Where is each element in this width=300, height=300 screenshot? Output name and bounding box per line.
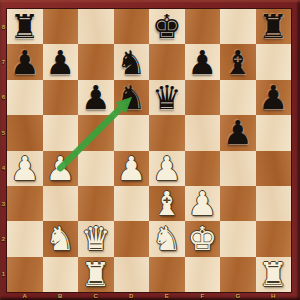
square-h1[interactable]: ♜ xyxy=(256,257,292,292)
square-e3[interactable]: ♝ xyxy=(149,186,185,221)
piece-white-knight-e2[interactable]: ♞ xyxy=(152,221,182,256)
piece-black-pawn-g5[interactable]: ♟ xyxy=(223,115,253,150)
square-f1[interactable] xyxy=(185,257,221,292)
file-label-f: F xyxy=(185,292,221,300)
square-g5[interactable]: ♟ xyxy=(220,115,256,150)
square-c1[interactable]: ♜ xyxy=(78,257,114,292)
square-b4[interactable]: ♟ xyxy=(43,151,79,186)
rank-label-7: 7 xyxy=(0,44,7,79)
square-c7[interactable] xyxy=(78,44,114,79)
square-f5[interactable] xyxy=(185,115,221,150)
file-label-h: H xyxy=(256,292,292,300)
rank-label-8: 8 xyxy=(0,9,7,44)
square-c6[interactable]: ♟ xyxy=(78,80,114,115)
square-a1[interactable] xyxy=(7,257,43,292)
piece-white-pawn-a4[interactable]: ♟ xyxy=(10,151,40,186)
square-d6[interactable]: ♞ xyxy=(114,80,150,115)
piece-white-bishop-e3[interactable]: ♝ xyxy=(152,186,182,221)
piece-black-knight-d7[interactable]: ♞ xyxy=(116,45,146,80)
square-f6[interactable] xyxy=(185,80,221,115)
square-d1[interactable] xyxy=(114,257,150,292)
square-a5[interactable] xyxy=(7,115,43,150)
square-d2[interactable] xyxy=(114,221,150,256)
piece-white-pawn-e4[interactable]: ♟ xyxy=(152,151,182,186)
square-g6[interactable] xyxy=(220,80,256,115)
piece-white-pawn-d4[interactable]: ♟ xyxy=(116,151,146,186)
square-a2[interactable] xyxy=(7,221,43,256)
square-h4[interactable] xyxy=(256,151,292,186)
square-d4[interactable]: ♟ xyxy=(114,151,150,186)
piece-black-pawn-f7[interactable]: ♟ xyxy=(187,45,217,80)
square-f7[interactable]: ♟ xyxy=(185,44,221,79)
square-g4[interactable] xyxy=(220,151,256,186)
square-g1[interactable] xyxy=(220,257,256,292)
file-label-d: D xyxy=(114,292,150,300)
square-f4[interactable] xyxy=(185,151,221,186)
square-g2[interactable] xyxy=(220,221,256,256)
square-h7[interactable] xyxy=(256,44,292,79)
square-d5[interactable] xyxy=(114,115,150,150)
piece-white-king-f2[interactable]: ♚ xyxy=(187,221,217,256)
square-f2[interactable]: ♚ xyxy=(185,221,221,256)
square-h5[interactable] xyxy=(256,115,292,150)
rank-label-2: 2 xyxy=(0,221,7,256)
square-d3[interactable] xyxy=(114,186,150,221)
file-label-a: A xyxy=(7,292,43,300)
square-g7[interactable]: ♝ xyxy=(220,44,256,79)
square-b5[interactable] xyxy=(43,115,79,150)
piece-black-king-e8[interactable]: ♚ xyxy=(152,9,182,44)
piece-black-pawn-b7[interactable]: ♟ xyxy=(45,45,75,80)
square-e4[interactable]: ♟ xyxy=(149,151,185,186)
square-c2[interactable]: ♛ xyxy=(78,221,114,256)
file-label-c: C xyxy=(78,292,114,300)
chess-app-window: ♜♚♜♟♟♞♟♝♟♞♛♟♟♟♟♟♟♝♟♞♛♞♚♜♜ 87654321 ABCDE… xyxy=(0,0,300,300)
piece-black-pawn-h6[interactable]: ♟ xyxy=(258,80,288,115)
piece-black-pawn-a7[interactable]: ♟ xyxy=(10,45,40,80)
square-f8[interactable] xyxy=(185,9,221,44)
square-a8[interactable]: ♜ xyxy=(7,9,43,44)
rank-label-5: 5 xyxy=(0,115,7,150)
chess-board: ♜♚♜♟♟♞♟♝♟♞♛♟♟♟♟♟♟♝♟♞♛♞♚♜♜ xyxy=(7,9,291,292)
square-e6[interactable]: ♛ xyxy=(149,80,185,115)
rank-label-1: 1 xyxy=(0,257,7,292)
piece-white-pawn-b4[interactable]: ♟ xyxy=(45,151,75,186)
file-label-b: B xyxy=(43,292,79,300)
square-b2[interactable]: ♞ xyxy=(43,221,79,256)
square-g8[interactable] xyxy=(220,9,256,44)
rank-label-3: 3 xyxy=(0,186,7,221)
file-label-e: E xyxy=(149,292,185,300)
square-a3[interactable] xyxy=(7,186,43,221)
square-b1[interactable] xyxy=(43,257,79,292)
piece-black-queen-e6[interactable]: ♛ xyxy=(152,80,182,115)
square-e1[interactable] xyxy=(149,257,185,292)
piece-white-rook-c1[interactable]: ♜ xyxy=(81,257,111,292)
square-d7[interactable]: ♞ xyxy=(114,44,150,79)
square-h8[interactable]: ♜ xyxy=(256,9,292,44)
piece-black-knight-d6[interactable]: ♞ xyxy=(116,80,146,115)
square-a4[interactable]: ♟ xyxy=(7,151,43,186)
piece-black-rook-h8[interactable]: ♜ xyxy=(258,9,288,44)
square-b8[interactable] xyxy=(43,9,79,44)
piece-black-rook-a8[interactable]: ♜ xyxy=(10,9,40,44)
square-g3[interactable] xyxy=(220,186,256,221)
rank-labels: 87654321 xyxy=(0,9,7,292)
square-c4[interactable] xyxy=(78,151,114,186)
rank-label-6: 6 xyxy=(0,80,7,115)
square-c5[interactable] xyxy=(78,115,114,150)
square-h2[interactable] xyxy=(256,221,292,256)
rank-label-4: 4 xyxy=(0,151,7,186)
square-b6[interactable] xyxy=(43,80,79,115)
square-b7[interactable]: ♟ xyxy=(43,44,79,79)
piece-white-queen-c2[interactable]: ♛ xyxy=(81,221,111,256)
piece-black-bishop-g7[interactable]: ♝ xyxy=(223,45,253,80)
square-c3[interactable] xyxy=(78,186,114,221)
square-e7[interactable] xyxy=(149,44,185,79)
file-label-g: G xyxy=(220,292,256,300)
square-b3[interactable] xyxy=(43,186,79,221)
square-h3[interactable] xyxy=(256,186,292,221)
square-a7[interactable]: ♟ xyxy=(7,44,43,79)
square-e5[interactable] xyxy=(149,115,185,150)
file-labels: ABCDEFGH xyxy=(7,292,291,300)
piece-black-pawn-c6[interactable]: ♟ xyxy=(81,80,111,115)
square-d8[interactable] xyxy=(114,9,150,44)
square-h6[interactable]: ♟ xyxy=(256,80,292,115)
square-a6[interactable] xyxy=(7,80,43,115)
piece-white-pawn-f3[interactable]: ♟ xyxy=(187,186,217,221)
square-e8[interactable]: ♚ xyxy=(149,9,185,44)
piece-white-knight-b2[interactable]: ♞ xyxy=(45,221,75,256)
piece-white-rook-h1[interactable]: ♜ xyxy=(258,257,288,292)
square-c8[interactable] xyxy=(78,9,114,44)
square-e2[interactable]: ♞ xyxy=(149,221,185,256)
square-f3[interactable]: ♟ xyxy=(185,186,221,221)
